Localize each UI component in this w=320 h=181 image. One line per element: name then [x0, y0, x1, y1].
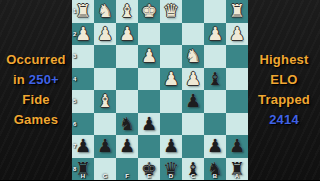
caption-line: in 250+ — [0, 70, 72, 90]
square-h4 — [72, 68, 94, 91]
square-b4: ♝ — [204, 68, 226, 91]
right-caption: HighestELOTrapped2414 — [248, 50, 320, 130]
square-d6 — [160, 113, 182, 136]
white-king-e1: ♚ — [141, 2, 157, 20]
white-pawn-e3: ♟ — [141, 47, 157, 65]
square-g6 — [94, 113, 116, 136]
caption-line: Fide — [0, 90, 72, 110]
caption-line: Highest — [248, 50, 320, 70]
square-h8: ♜ — [72, 158, 94, 181]
black-knight-f6: ♞ — [119, 115, 135, 133]
square-c5: ♟ — [182, 90, 204, 113]
square-a8: ♜ — [226, 158, 248, 181]
square-e2 — [138, 23, 160, 46]
left-panel: Occurredin 250+FideGames — [0, 0, 72, 180]
square-b5 — [204, 90, 226, 113]
caption-text: Occurred — [6, 52, 65, 67]
square-h3 — [72, 45, 94, 68]
left-caption: Occurredin 250+FideGames — [0, 50, 72, 130]
square-c8: ♝ — [182, 158, 204, 181]
square-c2 — [182, 23, 204, 46]
square-d1: ♛ — [160, 0, 182, 23]
square-c7 — [182, 135, 204, 158]
square-h7: ♟ — [72, 135, 94, 158]
square-b7: ♟ — [204, 135, 226, 158]
square-e5 — [138, 90, 160, 113]
right-panel: HighestELOTrapped2414 — [248, 0, 320, 180]
square-h1: ♜ — [72, 0, 94, 23]
square-e4 — [138, 68, 160, 91]
square-d7: ♟ — [160, 135, 182, 158]
square-f1: ♝ — [116, 0, 138, 23]
square-g3 — [94, 45, 116, 68]
black-pawn-g7: ♟ — [97, 137, 113, 155]
caption-text: Fide — [22, 92, 50, 107]
caption-text: Games — [14, 112, 58, 127]
caption-text: Trapped — [258, 92, 310, 107]
white-pawn-a2: ♟ — [229, 25, 245, 43]
white-bishop-f1: ♝ — [119, 2, 135, 20]
square-b8: ♞ — [204, 158, 226, 181]
square-a5 — [226, 90, 248, 113]
black-pawn-e6: ♟ — [141, 115, 157, 133]
black-pawn-b7: ♟ — [207, 137, 223, 155]
caption-line: Trapped — [248, 90, 320, 110]
square-h6 — [72, 113, 94, 136]
black-queen-d8: ♛ — [163, 160, 179, 178]
square-c3: ♞ — [182, 45, 204, 68]
square-f8 — [116, 158, 138, 181]
square-a1: ♜ — [226, 0, 248, 23]
black-pawn-a7: ♟ — [229, 137, 245, 155]
caption-line: ELO — [248, 70, 320, 90]
square-e8: ♚ — [138, 158, 160, 181]
white-pawn-c4: ♟ — [185, 70, 201, 88]
white-bishop-g5: ♝ — [97, 92, 113, 110]
square-a4 — [226, 68, 248, 91]
square-e3: ♟ — [138, 45, 160, 68]
square-a7: ♟ — [226, 135, 248, 158]
white-queen-d1: ♛ — [163, 2, 179, 20]
black-rook-h8: ♜ — [75, 160, 91, 178]
square-h2: ♟ — [72, 23, 94, 46]
square-c1 — [182, 0, 204, 23]
white-rook-h1: ♜ — [75, 2, 91, 20]
black-pawn-c5: ♟ — [185, 92, 201, 110]
square-f4 — [116, 68, 138, 91]
square-e7 — [138, 135, 160, 158]
white-rook-a1: ♜ — [229, 2, 245, 20]
black-bishop-b4: ♝ — [207, 70, 223, 88]
caption-text: ELO — [270, 72, 297, 87]
square-g4 — [94, 68, 116, 91]
square-g8 — [94, 158, 116, 181]
square-d2 — [160, 23, 182, 46]
square-g5: ♝ — [94, 90, 116, 113]
square-d3 — [160, 45, 182, 68]
black-pawn-d7: ♟ — [163, 137, 179, 155]
white-pawn-g2: ♟ — [97, 25, 113, 43]
square-g1: ♞ — [94, 0, 116, 23]
white-pawn-h2: ♟ — [75, 25, 91, 43]
square-f3 — [116, 45, 138, 68]
caption-text: in — [13, 72, 29, 87]
square-b6 — [204, 113, 226, 136]
square-c6 — [182, 113, 204, 136]
caption-line: Occurred — [0, 50, 72, 70]
caption-text: Highest — [259, 52, 308, 67]
square-g7: ♟ — [94, 135, 116, 158]
black-bishop-c8: ♝ — [185, 160, 201, 178]
square-c4: ♟ — [182, 68, 204, 91]
square-g2: ♟ — [94, 23, 116, 46]
square-f5 — [116, 90, 138, 113]
caption-line: Games — [0, 110, 72, 130]
square-f2: ♟ — [116, 23, 138, 46]
black-rook-a8: ♜ — [229, 160, 245, 178]
white-pawn-d4: ♟ — [163, 70, 179, 88]
white-knight-g1: ♞ — [97, 2, 113, 20]
white-pawn-b2: ♟ — [207, 25, 223, 43]
square-f7: ♟ — [116, 135, 138, 158]
square-a2: ♟ — [226, 23, 248, 46]
square-d8: ♛ — [160, 158, 182, 181]
caption-line: 2414 — [248, 110, 320, 130]
black-king-e8: ♚ — [141, 160, 157, 178]
caption-text: 250+ — [29, 72, 59, 87]
square-e1: ♚ — [138, 0, 160, 23]
black-knight-b8: ♞ — [207, 160, 223, 178]
black-pawn-h7: ♟ — [75, 137, 91, 155]
black-pawn-f7: ♟ — [119, 137, 135, 155]
square-b1 — [204, 0, 226, 23]
white-knight-c3: ♞ — [185, 47, 201, 65]
square-b3 — [204, 45, 226, 68]
square-a3 — [226, 45, 248, 68]
video-frame: Occurredin 250+FideGames ♜♞♝♚♛♜♟♟♟♟♟♟♞♟♟… — [0, 0, 320, 180]
chess-board: ♜♞♝♚♛♜♟♟♟♟♟♟♞♟♟♝♝♟♞♟♟♟♟♟♟♟♜♚♛♝♞♜12345678… — [72, 0, 248, 180]
white-pawn-f2: ♟ — [119, 25, 135, 43]
square-a6 — [226, 113, 248, 136]
square-d5 — [160, 90, 182, 113]
square-f6: ♞ — [116, 113, 138, 136]
square-e6: ♟ — [138, 113, 160, 136]
square-d4: ♟ — [160, 68, 182, 91]
caption-text: 2414 — [269, 112, 299, 127]
square-h5 — [72, 90, 94, 113]
square-b2: ♟ — [204, 23, 226, 46]
